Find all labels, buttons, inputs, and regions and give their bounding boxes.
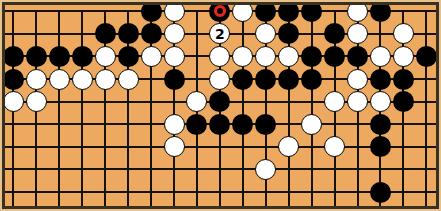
- intersection[interactable]: [392, 45, 415, 68]
- intersection[interactable]: [277, 45, 300, 68]
- intersection[interactable]: [346, 181, 369, 204]
- intersection[interactable]: [117, 113, 140, 136]
- intersection[interactable]: [140, 2, 163, 23]
- intersection[interactable]: [2, 45, 25, 68]
- intersection[interactable]: [117, 136, 140, 159]
- intersection[interactable]: [415, 113, 438, 136]
- intersection[interactable]: [254, 136, 277, 159]
- intersection[interactable]: [2, 113, 25, 136]
- intersection[interactable]: [48, 90, 71, 113]
- white-stone: [255, 23, 276, 44]
- white-stone: 2: [209, 23, 230, 44]
- intersection[interactable]: [48, 113, 71, 136]
- intersection[interactable]: [140, 90, 163, 113]
- intersection[interactable]: [71, 181, 94, 204]
- intersection[interactable]: [163, 136, 186, 159]
- intersection[interactable]: [369, 158, 392, 181]
- intersection[interactable]: [140, 23, 163, 46]
- intersection[interactable]: [208, 90, 231, 113]
- black-stone: [49, 46, 70, 67]
- white-stone: [301, 114, 322, 135]
- intersection[interactable]: [208, 136, 231, 159]
- black-stone: [232, 114, 253, 135]
- intersection[interactable]: [163, 2, 186, 23]
- white-stone: [278, 46, 299, 67]
- intersection[interactable]: [25, 2, 48, 23]
- intersection[interactable]: [277, 158, 300, 181]
- intersection[interactable]: [323, 68, 346, 91]
- intersection[interactable]: [94, 90, 117, 113]
- intersection[interactable]: [117, 181, 140, 204]
- intersection[interactable]: [208, 181, 231, 204]
- intersection[interactable]: [231, 68, 254, 91]
- intersection[interactable]: [231, 2, 254, 23]
- intersection[interactable]: [48, 68, 71, 91]
- intersection[interactable]: [254, 2, 277, 23]
- intersection[interactable]: [300, 181, 323, 204]
- intersection[interactable]: [369, 68, 392, 91]
- intersection[interactable]: [369, 90, 392, 113]
- intersection[interactable]: [140, 158, 163, 181]
- intersection[interactable]: [2, 158, 25, 181]
- intersection[interactable]: [186, 113, 209, 136]
- intersection[interactable]: [254, 45, 277, 68]
- intersection[interactable]: [392, 23, 415, 46]
- intersection[interactable]: [415, 181, 438, 204]
- intersection[interactable]: [369, 2, 392, 23]
- white-stone: [393, 23, 414, 44]
- black-stone: [141, 23, 162, 44]
- intersection[interactable]: [231, 158, 254, 181]
- white-stone: [164, 114, 185, 135]
- white-stone: [186, 91, 207, 112]
- white-stone: [209, 46, 230, 67]
- move-number-label: 2: [215, 27, 225, 41]
- black-stone: [255, 114, 276, 135]
- white-stone: [278, 136, 299, 157]
- intersection[interactable]: [94, 158, 117, 181]
- intersection[interactable]: [25, 113, 48, 136]
- white-stone: [72, 69, 93, 90]
- intersection[interactable]: [346, 90, 369, 113]
- intersection[interactable]: [369, 23, 392, 46]
- intersection[interactable]: [186, 45, 209, 68]
- intersection[interactable]: [48, 136, 71, 159]
- black-stone: [324, 23, 345, 44]
- white-stone: [141, 46, 162, 67]
- black-stone: [141, 2, 162, 22]
- intersection[interactable]: [392, 90, 415, 113]
- intersection[interactable]: [300, 158, 323, 181]
- black-stone: [118, 46, 139, 67]
- intersection[interactable]: [392, 136, 415, 159]
- intersection[interactable]: [346, 136, 369, 159]
- intersection[interactable]: [277, 2, 300, 23]
- intersection[interactable]: [392, 158, 415, 181]
- intersection[interactable]: [415, 68, 438, 91]
- intersection[interactable]: [71, 45, 94, 68]
- intersection[interactable]: [163, 45, 186, 68]
- intersection[interactable]: [300, 68, 323, 91]
- intersection[interactable]: [415, 45, 438, 68]
- black-stone: [3, 69, 24, 90]
- intersection[interactable]: [140, 136, 163, 159]
- white-stone: [255, 159, 276, 180]
- intersection[interactable]: [94, 136, 117, 159]
- circle-marker: [214, 5, 226, 17]
- black-stone: [393, 69, 414, 90]
- intersection[interactable]: [323, 136, 346, 159]
- intersection[interactable]: [48, 45, 71, 68]
- black-stone: [232, 69, 253, 90]
- intersection[interactable]: [163, 68, 186, 91]
- intersection[interactable]: [323, 158, 346, 181]
- intersection[interactable]: [2, 23, 25, 46]
- black-stone: [209, 91, 230, 112]
- intersection[interactable]: [300, 90, 323, 113]
- intersection[interactable]: [392, 2, 415, 23]
- black-stone: [209, 114, 230, 135]
- intersection[interactable]: [25, 158, 48, 181]
- black-stone: [164, 69, 185, 90]
- intersection[interactable]: [254, 113, 277, 136]
- black-stone: [118, 23, 139, 44]
- board-frame: 2: [0, 0, 441, 211]
- intersection[interactable]: [71, 90, 94, 113]
- intersection[interactable]: [208, 158, 231, 181]
- black-stone: [255, 69, 276, 90]
- white-stone: [95, 69, 116, 90]
- intersection[interactable]: [140, 68, 163, 91]
- intersection[interactable]: [208, 68, 231, 91]
- black-stone: [416, 46, 437, 67]
- black-stone: [301, 2, 322, 22]
- black-stone: [72, 46, 93, 67]
- intersection[interactable]: [277, 90, 300, 113]
- black-stone: [370, 2, 391, 22]
- white-stone: [26, 91, 47, 112]
- intersection[interactable]: [254, 68, 277, 91]
- intersection[interactable]: [254, 23, 277, 46]
- intersection[interactable]: [71, 68, 94, 91]
- intersection[interactable]: [277, 136, 300, 159]
- intersection[interactable]: [369, 45, 392, 68]
- intersection[interactable]: [415, 23, 438, 46]
- intersection[interactable]: [208, 113, 231, 136]
- white-stone: [347, 69, 368, 90]
- black-stone: [370, 136, 391, 157]
- white-stone: [209, 69, 230, 90]
- intersection[interactable]: [71, 2, 94, 23]
- intersection[interactable]: [186, 181, 209, 204]
- intersection[interactable]: [186, 2, 209, 23]
- intersection[interactable]: [346, 68, 369, 91]
- white-stone: [164, 2, 185, 22]
- white-stone: [118, 69, 139, 90]
- intersection[interactable]: [346, 45, 369, 68]
- intersection[interactable]: [117, 23, 140, 46]
- intersection[interactable]: [163, 90, 186, 113]
- intersection[interactable]: [186, 68, 209, 91]
- intersection[interactable]: [186, 90, 209, 113]
- intersection[interactable]: [415, 158, 438, 181]
- intersection[interactable]: [71, 136, 94, 159]
- white-stone: [370, 46, 391, 67]
- black-stone: [393, 91, 414, 112]
- black-stone: [186, 114, 207, 135]
- white-stone: [3, 91, 24, 112]
- black-stone: [278, 23, 299, 44]
- intersection[interactable]: [140, 45, 163, 68]
- intersection[interactable]: [392, 113, 415, 136]
- white-stone: [370, 91, 391, 112]
- go-grid: 2: [2, 2, 438, 203]
- intersection[interactable]: [254, 158, 277, 181]
- intersection[interactable]: [346, 113, 369, 136]
- intersection[interactable]: [117, 90, 140, 113]
- intersection[interactable]: [346, 2, 369, 23]
- intersection[interactable]: [254, 90, 277, 113]
- black-stone: [301, 69, 322, 90]
- white-stone: [324, 91, 345, 112]
- black-stone: [95, 23, 116, 44]
- intersection[interactable]: [94, 181, 117, 204]
- intersection[interactable]: [323, 2, 346, 23]
- intersection[interactable]: [2, 90, 25, 113]
- intersection[interactable]: [2, 2, 25, 23]
- intersection[interactable]: [163, 181, 186, 204]
- intersection[interactable]: [208, 45, 231, 68]
- intersection[interactable]: [277, 23, 300, 46]
- intersection[interactable]: [163, 113, 186, 136]
- intersection[interactable]: [277, 113, 300, 136]
- white-stone: [232, 2, 253, 22]
- intersection[interactable]: [186, 23, 209, 46]
- white-stone: [232, 46, 253, 67]
- intersection[interactable]: [2, 68, 25, 91]
- intersection[interactable]: [300, 113, 323, 136]
- intersection[interactable]: [254, 181, 277, 204]
- intersection[interactable]: [186, 136, 209, 159]
- intersection[interactable]: [415, 136, 438, 159]
- intersection[interactable]: [392, 181, 415, 204]
- black-stone: [301, 46, 322, 67]
- intersection[interactable]: [94, 68, 117, 91]
- intersection[interactable]: [323, 90, 346, 113]
- black-stone: [255, 2, 276, 22]
- goban: 2: [2, 2, 439, 209]
- white-stone: [347, 91, 368, 112]
- intersection[interactable]: [71, 113, 94, 136]
- black-stone: [3, 46, 24, 67]
- intersection[interactable]: [48, 2, 71, 23]
- intersection[interactable]: [25, 90, 48, 113]
- intersection[interactable]: [163, 23, 186, 46]
- white-stone: [49, 69, 70, 90]
- intersection[interactable]: [48, 181, 71, 204]
- black-stone: [26, 46, 47, 67]
- intersection[interactable]: [71, 158, 94, 181]
- black-stone: [278, 2, 299, 22]
- intersection[interactable]: [186, 158, 209, 181]
- intersection[interactable]: [415, 90, 438, 113]
- intersection[interactable]: [277, 181, 300, 204]
- black-stone: [370, 182, 391, 203]
- intersection[interactable]: [117, 68, 140, 91]
- intersection[interactable]: [208, 2, 231, 23]
- intersection[interactable]: [300, 23, 323, 46]
- black-stone: [278, 69, 299, 90]
- intersection[interactable]: [231, 23, 254, 46]
- intersection[interactable]: [2, 181, 25, 204]
- intersection[interactable]: [94, 2, 117, 23]
- intersection[interactable]: [25, 45, 48, 68]
- intersection[interactable]: [163, 158, 186, 181]
- intersection[interactable]: [48, 158, 71, 181]
- intersection[interactable]: [323, 45, 346, 68]
- intersection[interactable]: [369, 136, 392, 159]
- black-stone: [370, 114, 391, 135]
- intersection[interactable]: [231, 113, 254, 136]
- intersection[interactable]: [48, 23, 71, 46]
- white-stone: [95, 46, 116, 67]
- white-stone: [347, 23, 368, 44]
- intersection[interactable]: [369, 181, 392, 204]
- intersection[interactable]: [140, 113, 163, 136]
- intersection[interactable]: [300, 2, 323, 23]
- intersection[interactable]: [300, 45, 323, 68]
- white-stone: [393, 46, 414, 67]
- intersection[interactable]: [2, 136, 25, 159]
- intersection[interactable]: [323, 23, 346, 46]
- intersection[interactable]: [346, 158, 369, 181]
- intersection[interactable]: [94, 113, 117, 136]
- intersection[interactable]: [323, 181, 346, 204]
- intersection[interactable]: [25, 136, 48, 159]
- intersection[interactable]: [231, 90, 254, 113]
- intersection[interactable]: [369, 113, 392, 136]
- intersection[interactable]: [323, 113, 346, 136]
- white-stone: [347, 2, 368, 22]
- intersection[interactable]: [300, 136, 323, 159]
- white-stone: [255, 46, 276, 67]
- intersection[interactable]: [25, 68, 48, 91]
- intersection[interactable]: [117, 45, 140, 68]
- white-stone: [324, 136, 345, 157]
- white-stone: [164, 46, 185, 67]
- intersection[interactable]: [117, 2, 140, 23]
- intersection[interactable]: [415, 2, 438, 23]
- white-stone: [164, 136, 185, 157]
- intersection[interactable]: [25, 181, 48, 204]
- intersection[interactable]: [71, 23, 94, 46]
- intersection[interactable]: [277, 68, 300, 91]
- black-stone: [324, 46, 345, 67]
- black-stone: [370, 69, 391, 90]
- intersection[interactable]: 2: [208, 23, 231, 46]
- intersection[interactable]: [231, 181, 254, 204]
- intersection[interactable]: [231, 45, 254, 68]
- white-stone: [164, 23, 185, 44]
- intersection[interactable]: [346, 23, 369, 46]
- intersection[interactable]: [25, 23, 48, 46]
- intersection[interactable]: [392, 68, 415, 91]
- intersection[interactable]: [140, 181, 163, 204]
- intersection[interactable]: [94, 23, 117, 46]
- black-stone: [209, 2, 230, 22]
- intersection[interactable]: [231, 136, 254, 159]
- white-stone: [26, 69, 47, 90]
- intersection[interactable]: [117, 158, 140, 181]
- intersection[interactable]: [94, 45, 117, 68]
- black-stone: [347, 46, 368, 67]
